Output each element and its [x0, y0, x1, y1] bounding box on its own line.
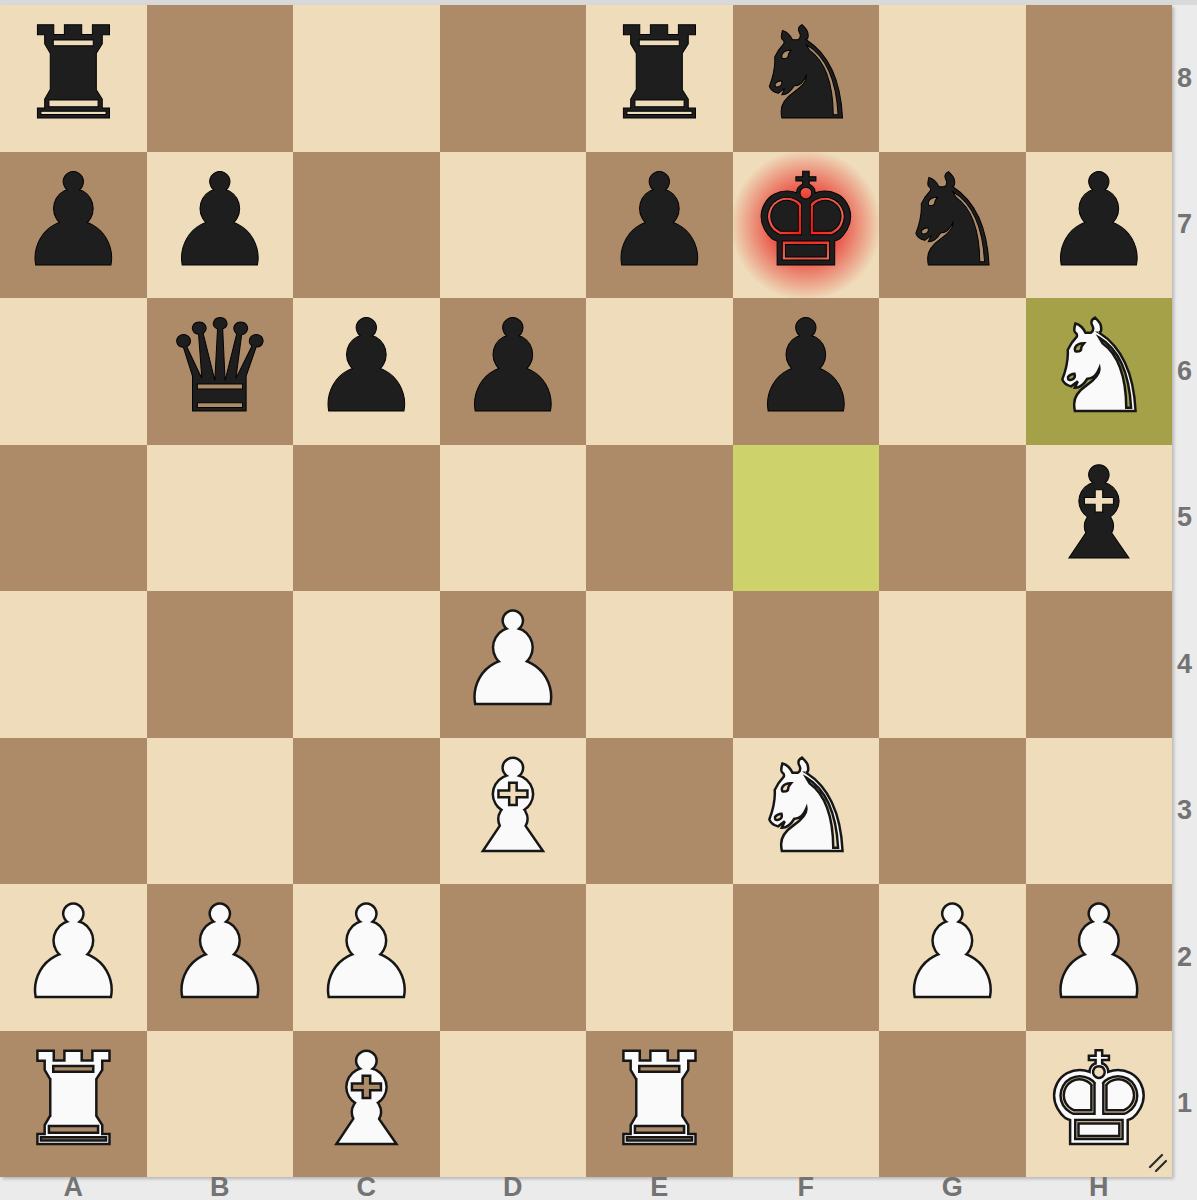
square-g3[interactable] — [879, 738, 1026, 885]
white-pawn[interactable]: ♟ — [1041, 889, 1156, 1017]
file-label-e: E — [586, 1175, 733, 1200]
white-king[interactable]: ♚ — [1041, 1036, 1156, 1164]
white-pawn[interactable]: ♟ — [162, 889, 277, 1017]
square-c7[interactable] — [293, 152, 440, 299]
file-label-f: F — [733, 1175, 880, 1200]
square-g5[interactable] — [879, 445, 1026, 592]
square-a1[interactable]: ♜ — [0, 1031, 147, 1178]
square-d1[interactable] — [440, 1031, 587, 1178]
rank-label-8: 8 — [1172, 5, 1197, 152]
black-rook[interactable]: ♜ — [602, 10, 717, 138]
file-label-b: B — [147, 1175, 294, 1200]
white-pawn[interactable]: ♟ — [895, 889, 1010, 1017]
square-h8[interactable] — [1026, 5, 1173, 152]
square-d5[interactable] — [440, 445, 587, 592]
square-a5[interactable] — [0, 445, 147, 592]
white-pawn[interactable]: ♟ — [455, 596, 570, 724]
white-bishop[interactable]: ♝ — [455, 743, 570, 871]
square-e5[interactable] — [586, 445, 733, 592]
square-g8[interactable] — [879, 5, 1026, 152]
square-b7[interactable]: ♟ — [147, 152, 294, 299]
square-h7[interactable]: ♟ — [1026, 152, 1173, 299]
square-b4[interactable] — [147, 591, 294, 738]
rank-label-2: 2 — [1172, 884, 1197, 1031]
square-g6[interactable] — [879, 298, 1026, 445]
rank-label-3: 3 — [1172, 738, 1197, 885]
square-f7[interactable]: ♚ — [733, 152, 880, 299]
black-pawn[interactable]: ♟ — [309, 303, 424, 431]
square-h1[interactable]: ♚ — [1026, 1031, 1173, 1178]
white-knight[interactable]: ♞ — [748, 743, 863, 871]
square-a4[interactable] — [0, 591, 147, 738]
square-e8[interactable]: ♜ — [586, 5, 733, 152]
square-e4[interactable] — [586, 591, 733, 738]
square-c5[interactable] — [293, 445, 440, 592]
rank-label-6: 6 — [1172, 298, 1197, 445]
rank-label-1: 1 — [1172, 1031, 1197, 1178]
file-label-c: C — [293, 1175, 440, 1200]
square-h3[interactable] — [1026, 738, 1173, 885]
white-pawn[interactable]: ♟ — [309, 889, 424, 1017]
square-g2[interactable]: ♟ — [879, 884, 1026, 1031]
file-label-h: H — [1026, 1175, 1173, 1200]
square-d7[interactable] — [440, 152, 587, 299]
square-b6[interactable]: ♛ — [147, 298, 294, 445]
square-d6[interactable]: ♟ — [440, 298, 587, 445]
black-pawn[interactable]: ♟ — [748, 303, 863, 431]
square-a8[interactable]: ♜ — [0, 5, 147, 152]
white-pawn[interactable]: ♟ — [16, 889, 131, 1017]
square-a2[interactable]: ♟ — [0, 884, 147, 1031]
square-f6[interactable]: ♟ — [733, 298, 880, 445]
square-e7[interactable]: ♟ — [586, 152, 733, 299]
square-c6[interactable]: ♟ — [293, 298, 440, 445]
square-f2[interactable] — [733, 884, 880, 1031]
file-label-a: A — [0, 1175, 147, 1200]
square-g7[interactable]: ♞ — [879, 152, 1026, 299]
square-c3[interactable] — [293, 738, 440, 885]
square-e3[interactable] — [586, 738, 733, 885]
square-h2[interactable]: ♟ — [1026, 884, 1173, 1031]
square-e2[interactable] — [586, 884, 733, 1031]
square-b2[interactable]: ♟ — [147, 884, 294, 1031]
square-g1[interactable] — [879, 1031, 1026, 1178]
square-b5[interactable] — [147, 445, 294, 592]
black-pawn[interactable]: ♟ — [602, 157, 717, 285]
file-label-g: G — [879, 1175, 1026, 1200]
black-rook[interactable]: ♜ — [16, 10, 131, 138]
file-label-d: D — [440, 1175, 587, 1200]
rank-label-4: 4 — [1172, 591, 1197, 738]
square-d3[interactable]: ♝ — [440, 738, 587, 885]
square-a6[interactable] — [0, 298, 147, 445]
black-knight[interactable]: ♞ — [748, 10, 863, 138]
rank-label-7: 7 — [1172, 152, 1197, 299]
square-b3[interactable] — [147, 738, 294, 885]
square-e6[interactable] — [586, 298, 733, 445]
square-h4[interactable] — [1026, 591, 1173, 738]
black-knight[interactable]: ♞ — [895, 157, 1010, 285]
board-resize-handle-icon[interactable] — [1147, 1152, 1167, 1172]
square-f4[interactable] — [733, 591, 880, 738]
black-king[interactable]: ♚ — [748, 157, 863, 285]
black-pawn[interactable]: ♟ — [1041, 157, 1156, 285]
square-d8[interactable] — [440, 5, 587, 152]
square-f3[interactable]: ♞ — [733, 738, 880, 885]
square-a3[interactable] — [0, 738, 147, 885]
rank-label-5: 5 — [1172, 445, 1197, 592]
black-pawn[interactable]: ♟ — [162, 157, 277, 285]
square-b1[interactable] — [147, 1031, 294, 1178]
square-f1[interactable] — [733, 1031, 880, 1178]
black-bishop[interactable]: ♝ — [1041, 450, 1156, 578]
white-bishop[interactable]: ♝ — [309, 1036, 424, 1164]
square-b8[interactable] — [147, 5, 294, 152]
black-queen[interactable]: ♛ — [162, 303, 277, 431]
black-pawn[interactable]: ♟ — [16, 157, 131, 285]
square-c8[interactable] — [293, 5, 440, 152]
square-h5[interactable]: ♝ — [1026, 445, 1173, 592]
square-c4[interactable] — [293, 591, 440, 738]
square-f5[interactable] — [733, 445, 880, 592]
white-rook[interactable]: ♜ — [602, 1036, 717, 1164]
square-h6[interactable]: ♞ — [1026, 298, 1173, 445]
square-g4[interactable] — [879, 591, 1026, 738]
white-rook[interactable]: ♜ — [16, 1036, 131, 1164]
square-c1[interactable]: ♝ — [293, 1031, 440, 1178]
chess-board: ♜♜♞♟♟♟♚♞♟♛♟♟♟♞♝♟♝♞♟♟♟♟♟♜♝♜♚ — [0, 5, 1172, 1177]
square-f8[interactable]: ♞ — [733, 5, 880, 152]
white-knight[interactable]: ♞ — [1041, 303, 1156, 431]
square-d2[interactable] — [440, 884, 587, 1031]
square-a7[interactable]: ♟ — [0, 152, 147, 299]
square-d4[interactable]: ♟ — [440, 591, 587, 738]
square-e1[interactable]: ♜ — [586, 1031, 733, 1178]
black-pawn[interactable]: ♟ — [455, 303, 570, 431]
square-c2[interactable]: ♟ — [293, 884, 440, 1031]
